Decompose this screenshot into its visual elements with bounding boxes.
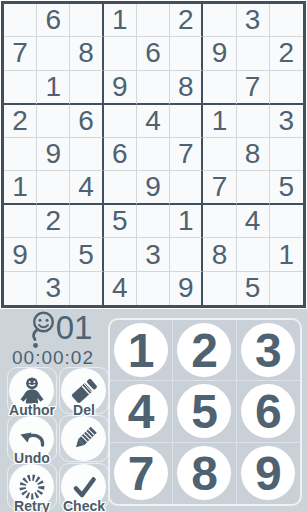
number-pad: 123456789: [108, 318, 302, 506]
cell-r6c9[interactable]: 5: [270, 171, 303, 205]
cell-r8c1[interactable]: 9: [4, 238, 37, 271]
key-7-circle: 7: [114, 446, 168, 500]
cell-r6c7[interactable]: 7: [203, 171, 236, 205]
cell-r3c5[interactable]: [137, 71, 170, 105]
cell-r3c4[interactable]: 9: [104, 71, 137, 105]
cell-r5c8[interactable]: 8: [237, 138, 270, 171]
undo-button[interactable]: Undo: [7, 415, 57, 462]
cell-r2c7[interactable]: 9: [203, 37, 236, 70]
cell-r9c7[interactable]: [203, 272, 236, 305]
cell-r2c1[interactable]: 7: [4, 37, 37, 70]
cell-r2c4[interactable]: [104, 37, 137, 70]
key-9[interactable]: 9: [237, 443, 300, 504]
cell-r8c8[interactable]: [237, 238, 270, 271]
cell-r7c2[interactable]: 2: [37, 205, 70, 238]
cell-r8c5[interactable]: 3: [137, 238, 170, 271]
puzzle-counter: 01: [56, 311, 93, 345]
cell-r5c1[interactable]: [4, 138, 37, 171]
key-8[interactable]: 8: [173, 443, 236, 504]
cell-r7c1[interactable]: [4, 205, 37, 238]
author-button[interactable]: Author: [7, 367, 57, 414]
cell-r1c3[interactable]: [70, 4, 103, 37]
cell-r4c3[interactable]: 6: [70, 105, 103, 138]
cell-r5c2[interactable]: 9: [37, 138, 70, 171]
cell-r3c2[interactable]: 1: [37, 71, 70, 105]
cell-r5c9[interactable]: [270, 138, 303, 171]
cell-r5c6[interactable]: 7: [170, 138, 203, 171]
key-5-circle: 5: [177, 384, 231, 438]
key-8-circle: 8: [177, 446, 231, 500]
cell-r7c8[interactable]: 4: [237, 205, 270, 238]
cell-r4c1[interactable]: 2: [4, 105, 37, 138]
cell-r6c5[interactable]: 9: [137, 171, 170, 205]
cell-r8c9[interactable]: 1: [270, 238, 303, 271]
cell-r9c2[interactable]: 3: [37, 272, 70, 305]
cell-r4c7[interactable]: 1: [203, 105, 236, 138]
cell-r2c2[interactable]: [37, 37, 70, 70]
cell-r8c4[interactable]: [104, 238, 137, 271]
retry-button[interactable]: Retry: [7, 463, 57, 510]
cell-r6c3[interactable]: 4: [70, 171, 103, 205]
key-9-circle: 9: [241, 446, 295, 500]
sudoku-app: 6123786921987264139678149752514953813495: [0, 0, 307, 512]
cell-r3c6[interactable]: 8: [170, 71, 203, 105]
sudoku-board-frame: 6123786921987264139678149752514953813495: [0, 0, 307, 309]
key-1[interactable]: 1: [110, 320, 173, 381]
cell-r1c4[interactable]: 1: [104, 4, 137, 37]
cell-r9c8[interactable]: 5: [237, 272, 270, 305]
cell-r2c5[interactable]: 6: [137, 37, 170, 70]
cell-r3c7[interactable]: [203, 71, 236, 105]
cell-r9c9[interactable]: [270, 272, 303, 305]
spinner-sunburst-icon: [17, 472, 47, 502]
cell-r2c9[interactable]: 2: [270, 37, 303, 70]
cell-r8c7[interactable]: 8: [203, 238, 236, 271]
cell-r3c9[interactable]: [270, 71, 303, 105]
key-6-circle: 6: [241, 384, 295, 438]
key-3-circle: 3: [241, 323, 295, 377]
cell-r1c5[interactable]: [137, 4, 170, 37]
retry-button-label: Retry: [14, 498, 50, 512]
cell-r6c4[interactable]: [104, 171, 137, 205]
key-7[interactable]: 7: [110, 443, 173, 504]
cell-r9c6[interactable]: 9: [170, 272, 203, 305]
control-panel: 01 00:00:02 Author: [0, 309, 307, 512]
key-2-circle: 2: [177, 323, 231, 377]
delete-button[interactable]: Del: [59, 367, 109, 414]
cell-r4c4[interactable]: [104, 105, 137, 138]
cell-r6c2[interactable]: [37, 171, 70, 205]
key-5[interactable]: 5: [173, 381, 236, 442]
check-button-label: Check: [63, 498, 105, 512]
puzzle-counter-row: 01: [0, 311, 106, 347]
cell-r2c3[interactable]: 8: [70, 37, 103, 70]
smiley-question-icon: [28, 311, 56, 349]
timer: 00:00:02: [0, 347, 106, 369]
cell-r1c6[interactable]: 2: [170, 4, 203, 37]
cell-r7c6[interactable]: 1: [170, 205, 203, 238]
cell-r1c1[interactable]: [4, 4, 37, 37]
cell-r7c7[interactable]: [203, 205, 236, 238]
cell-r6c6[interactable]: [170, 171, 203, 205]
cell-r5c4[interactable]: 6: [104, 138, 137, 171]
cell-r5c7[interactable]: [203, 138, 236, 171]
key-6[interactable]: 6: [237, 381, 300, 442]
cell-r5c3[interactable]: [70, 138, 103, 171]
cell-r4c8[interactable]: [237, 105, 270, 138]
cell-r1c8[interactable]: 3: [237, 4, 270, 37]
cell-r3c8[interactable]: 7: [237, 71, 270, 105]
key-4-circle: 4: [114, 384, 168, 438]
status-area: 01 00:00:02: [0, 311, 106, 369]
cell-r7c3[interactable]: [70, 205, 103, 238]
cell-r6c1[interactable]: 1: [4, 171, 37, 205]
pencil-button[interactable]: [59, 415, 109, 462]
cell-r3c3[interactable]: [70, 71, 103, 105]
cell-r7c5[interactable]: [137, 205, 170, 238]
key-2[interactable]: 2: [173, 320, 236, 381]
cell-r9c5[interactable]: [137, 272, 170, 305]
cell-r9c1[interactable]: [4, 272, 37, 305]
cell-r8c2[interactable]: [37, 238, 70, 271]
button-grid: Author Del: [7, 367, 111, 511]
cell-r8c3[interactable]: 5: [70, 238, 103, 271]
cell-r1c2[interactable]: 6: [37, 4, 70, 37]
cell-r7c9[interactable]: [270, 205, 303, 238]
key-1-circle: 1: [114, 323, 168, 377]
cell-r1c9[interactable]: [270, 4, 303, 37]
cell-r5c5[interactable]: [137, 138, 170, 171]
cell-r2c6[interactable]: [170, 37, 203, 70]
cell-r4c2[interactable]: [37, 105, 70, 138]
eraser-icon: [69, 376, 99, 406]
cell-r4c5[interactable]: 4: [137, 105, 170, 138]
cell-r9c3[interactable]: [70, 272, 103, 305]
cell-r8c6[interactable]: [170, 238, 203, 271]
cell-r4c9[interactable]: 3: [270, 105, 303, 138]
cell-r7c4[interactable]: 5: [104, 205, 137, 238]
cell-r3c1[interactable]: [4, 71, 37, 105]
pencil-icon: [69, 424, 99, 454]
pencil-button-circle: [61, 416, 106, 461]
checkmark-icon: [69, 472, 99, 502]
cell-r9c4[interactable]: 4: [104, 272, 137, 305]
cell-r2c8[interactable]: [237, 37, 270, 70]
check-button[interactable]: Check: [59, 463, 109, 510]
cell-r1c7[interactable]: [203, 4, 236, 37]
key-4[interactable]: 4: [110, 381, 173, 442]
undo-arrow-icon: [17, 424, 47, 454]
key-3[interactable]: 3: [237, 320, 300, 381]
person-icon: [17, 376, 47, 406]
sudoku-board: 6123786921987264139678149752514953813495: [1, 1, 306, 308]
cell-r4c6[interactable]: [170, 105, 203, 138]
cell-r6c8[interactable]: [237, 171, 270, 205]
